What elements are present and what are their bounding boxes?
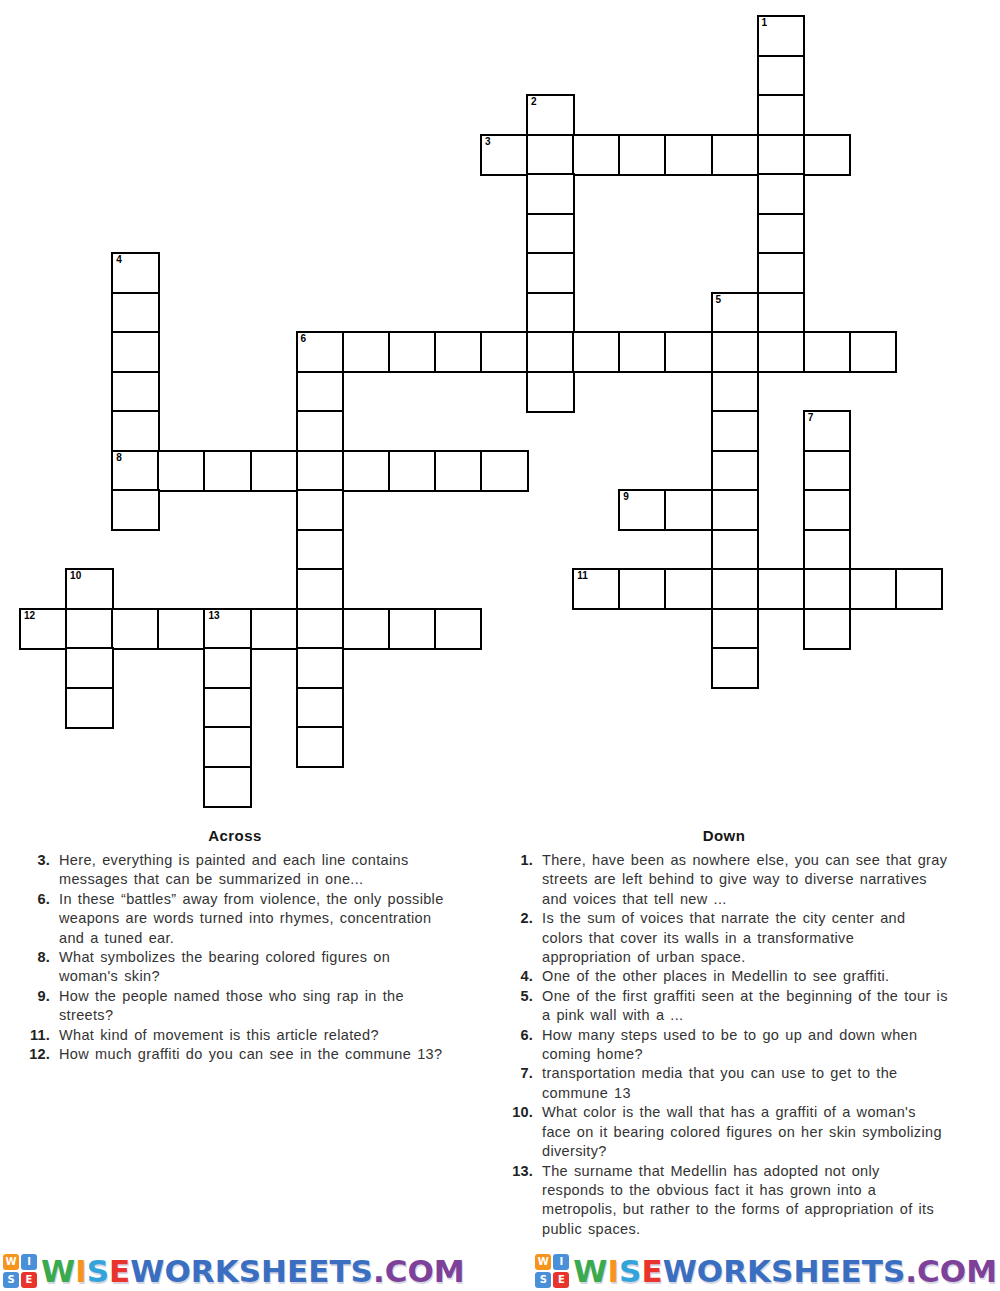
grid-cell[interactable] <box>526 213 575 255</box>
grid-cell[interactable] <box>803 489 852 531</box>
grid-cell[interactable]: 8 <box>111 450 160 492</box>
grid-cell[interactable] <box>296 489 345 531</box>
wiseworksheets-logo: WISEWISEWORKSHEETS.COM <box>3 1254 465 1288</box>
grid-cell[interactable] <box>618 568 667 610</box>
clue-number: 7 <box>808 413 814 423</box>
clue-row: 6.How many steps used to be to go up and… <box>500 1026 948 1065</box>
logo-tile: E <box>553 1272 569 1288</box>
logo-wordmark: WISEWORKSHEETS.COM <box>573 1256 997 1287</box>
grid-cell[interactable] <box>342 608 391 650</box>
logo-letter: I <box>608 1256 620 1287</box>
logo-tile: S <box>3 1272 19 1288</box>
grid-cell[interactable] <box>572 331 621 373</box>
logo-letter: R <box>191 1256 215 1287</box>
logo-letter: H <box>793 1256 819 1287</box>
clue-text: In these “battles” away from violence, t… <box>59 890 453 948</box>
grid-cell[interactable] <box>296 687 345 729</box>
grid-cell[interactable] <box>296 726 345 768</box>
grid-cell[interactable]: 11 <box>572 568 621 610</box>
grid-cell[interactable] <box>480 450 529 492</box>
clue-row: 2.Is the sum of voices that narrate the … <box>500 909 948 967</box>
clue-text: How the people named those who sing rap … <box>59 987 453 1026</box>
grid-cell[interactable] <box>757 213 806 255</box>
logo-letter: E <box>308 1256 329 1287</box>
logo-tile: W <box>3 1254 19 1270</box>
grid-cell[interactable] <box>526 292 575 334</box>
grid-cell[interactable] <box>711 529 760 571</box>
logo-letter: I <box>75 1256 87 1287</box>
logo-letter: E <box>819 1256 840 1287</box>
grid-cell[interactable] <box>895 568 944 610</box>
clue-list-number: 1. <box>500 851 542 870</box>
logo-letter: E <box>287 1256 308 1287</box>
logo-letter: W <box>573 1256 607 1287</box>
logo-letter: T <box>329 1256 350 1287</box>
clue-row: 7.transportation media that you can use … <box>500 1064 948 1103</box>
logo-letter: W <box>41 1256 75 1287</box>
grid-cell[interactable]: 7 <box>803 410 852 452</box>
logo-letter: E <box>641 1256 662 1287</box>
clue-list-number: 13. <box>500 1162 542 1181</box>
grid-cell[interactable] <box>203 766 252 808</box>
grid-cell[interactable] <box>711 410 760 452</box>
logo-tile: I <box>21 1254 37 1270</box>
logo-wordmark: WISEWORKSHEETS.COM <box>41 1256 465 1287</box>
grid-cell[interactable] <box>157 450 206 492</box>
grid-cell[interactable] <box>296 371 345 413</box>
wiseworksheets-logo-bar: WISEWISEWORKSHEETS.COMWISEWISEWORKSHEETS… <box>0 1251 1000 1291</box>
grid-cell[interactable]: 2 <box>526 94 575 136</box>
grid-cell[interactable] <box>757 331 806 373</box>
grid-cell[interactable]: 12 <box>19 608 68 650</box>
grid-cell[interactable] <box>757 173 806 215</box>
grid-cell[interactable] <box>618 331 667 373</box>
grid-cell[interactable] <box>342 450 391 492</box>
clue-list-number: 3. <box>17 851 59 870</box>
logo-letter: S <box>239 1256 261 1287</box>
grid-cell[interactable] <box>757 55 806 97</box>
clue-number: 2 <box>531 97 537 107</box>
clue-number: 9 <box>623 492 629 502</box>
clue-row: 8.What symbolizes the bearing colored fi… <box>17 948 453 987</box>
logo-tile: W <box>535 1254 551 1270</box>
grid-cell[interactable]: 13 <box>203 608 252 650</box>
grid-cell[interactable] <box>388 608 437 650</box>
grid-cell[interactable] <box>526 371 575 413</box>
grid-cell[interactable] <box>803 450 852 492</box>
clue-text: How much graffiti do you can see in the … <box>59 1045 453 1064</box>
clue-list-number: 4. <box>500 967 542 986</box>
grid-cell[interactable]: 4 <box>111 252 160 294</box>
grid-cell[interactable] <box>434 608 483 650</box>
grid-cell[interactable] <box>757 292 806 334</box>
grid-cell[interactable] <box>711 134 760 176</box>
logo-letter: M <box>434 1256 465 1287</box>
grid-cell[interactable] <box>803 331 852 373</box>
grid-cell[interactable] <box>526 252 575 294</box>
clue-row: 6.In these “battles” away from violence,… <box>17 890 453 948</box>
wise-tiles-icon: WISE <box>3 1254 37 1288</box>
grid-cell[interactable] <box>65 687 114 729</box>
logo-letter: S <box>87 1256 109 1287</box>
logo-letter: . <box>373 1256 385 1287</box>
grid-cell[interactable]: 9 <box>618 489 667 531</box>
logo-letter: E <box>109 1256 130 1287</box>
grid-cell[interactable] <box>526 134 575 176</box>
clue-number: 8 <box>116 453 122 463</box>
clue-row: 13.The surname that Medellin has adopted… <box>500 1162 948 1240</box>
grid-cell[interactable] <box>711 450 760 492</box>
logo-letter: S <box>883 1256 905 1287</box>
clue-row: 9.How the people named those who sing ra… <box>17 987 453 1026</box>
clue-number: 1 <box>762 18 768 28</box>
grid-cell[interactable] <box>849 568 898 610</box>
logo-letter: T <box>862 1256 883 1287</box>
crossword-worksheet: 12345678910111213 Across 3.Here, everyth… <box>0 0 1000 1291</box>
clue-list-number: 6. <box>17 890 59 909</box>
grid-cell[interactable] <box>111 608 160 650</box>
down-title: Down <box>500 827 948 844</box>
grid-cell[interactable] <box>250 608 299 650</box>
grid-cell[interactable] <box>203 647 252 689</box>
logo-letter: K <box>215 1256 239 1287</box>
across-clues-section: Across 3.Here, everything is painted and… <box>17 827 453 1064</box>
grid-cell[interactable] <box>111 371 160 413</box>
clue-number: 6 <box>301 334 307 344</box>
down-clue-list: 1.There, have been as nowhere else, you … <box>500 851 948 1239</box>
grid-cell[interactable] <box>803 529 852 571</box>
clue-text: Is the sum of voices that narrate the ci… <box>542 909 948 967</box>
grid-cell[interactable] <box>803 608 852 650</box>
logo-letter: O <box>940 1256 966 1287</box>
grid-cell[interactable] <box>849 331 898 373</box>
grid-cell[interactable] <box>757 94 806 136</box>
clue-text: What color is the wall that has a graffi… <box>542 1103 948 1161</box>
clue-list-number: 5. <box>500 987 542 1006</box>
grid-cell[interactable] <box>572 134 621 176</box>
down-clues-section: Down 1.There, have been as nowhere else,… <box>500 827 948 1239</box>
grid-cell[interactable]: 10 <box>65 568 114 610</box>
logo-letter: K <box>747 1256 771 1287</box>
clue-list-number: 10. <box>500 1103 542 1122</box>
grid-cell[interactable] <box>111 331 160 373</box>
logo-letter: C <box>917 1256 940 1287</box>
logo-letter: H <box>261 1256 287 1287</box>
clue-list-number: 12. <box>17 1045 59 1064</box>
clue-list-number: 7. <box>500 1064 542 1083</box>
clue-text: One of the other places in Medellin to s… <box>542 967 948 986</box>
grid-cell[interactable] <box>526 331 575 373</box>
grid-cell[interactable] <box>526 173 575 215</box>
logo-letter: . <box>905 1256 917 1287</box>
clue-text: One of the first graffiti seen at the be… <box>542 987 948 1026</box>
logo-tile: S <box>535 1272 551 1288</box>
clue-text: There, have been as nowhere else, you ca… <box>542 851 948 909</box>
logo-letter: R <box>723 1256 747 1287</box>
clue-row: 5.One of the first graffiti seen at the … <box>500 987 948 1026</box>
grid-cell[interactable] <box>803 568 852 610</box>
clue-text: The surname that Medellin has adopted no… <box>542 1162 948 1240</box>
logo-letter: W <box>663 1256 697 1287</box>
logo-tile: E <box>21 1272 37 1288</box>
grid-cell[interactable] <box>342 331 391 373</box>
grid-cell[interactable] <box>757 568 806 610</box>
grid-cell[interactable] <box>711 371 760 413</box>
grid-cell[interactable] <box>757 252 806 294</box>
clue-row: 3.Here, everything is painted and each l… <box>17 851 453 890</box>
grid-cell[interactable] <box>434 450 483 492</box>
clue-list-number: 11. <box>17 1026 59 1045</box>
clue-row: 11.What kind of movement is this article… <box>17 1026 453 1045</box>
grid-cell[interactable] <box>65 608 114 650</box>
grid-cell[interactable]: 3 <box>480 134 529 176</box>
clue-number: 11 <box>577 571 588 581</box>
grid-cell[interactable] <box>388 450 437 492</box>
grid-cell[interactable] <box>203 687 252 729</box>
grid-cell[interactable] <box>434 331 483 373</box>
grid-cell[interactable] <box>296 450 345 492</box>
grid-cell[interactable] <box>757 134 806 176</box>
clue-text: Here, everything is painted and each lin… <box>59 851 453 890</box>
wise-tiles-icon: WISE <box>535 1254 569 1288</box>
grid-cell[interactable] <box>711 489 760 531</box>
grid-cell[interactable] <box>111 410 160 452</box>
grid-cell[interactable] <box>803 134 852 176</box>
logo-letter: C <box>385 1256 408 1287</box>
grid-cell[interactable] <box>111 489 160 531</box>
clue-number: 13 <box>208 611 219 621</box>
grid-cell[interactable] <box>664 331 713 373</box>
clue-row: 10.What color is the wall that has a gra… <box>500 1103 948 1161</box>
clue-row: 4.One of the other places in Medellin to… <box>500 967 948 986</box>
grid-cell[interactable]: 1 <box>757 15 806 57</box>
grid-cell[interactable] <box>157 608 206 650</box>
clue-number: 10 <box>70 571 81 581</box>
grid-cell[interactable] <box>296 608 345 650</box>
clue-text: What kind of movement is this article re… <box>59 1026 453 1045</box>
clue-text: transportation media that you can use to… <box>542 1064 948 1103</box>
clue-number: 12 <box>24 611 35 621</box>
grid-cell[interactable] <box>711 331 760 373</box>
logo-letter: O <box>407 1256 433 1287</box>
clue-number: 4 <box>116 255 122 265</box>
clue-number: 5 <box>716 295 722 305</box>
grid-cell[interactable] <box>664 568 713 610</box>
clue-list-number: 6. <box>500 1026 542 1045</box>
grid-cell[interactable]: 5 <box>711 292 760 334</box>
grid-cell[interactable] <box>388 331 437 373</box>
grid-cell[interactable] <box>203 450 252 492</box>
grid-cell[interactable] <box>296 529 345 571</box>
clue-list-number: 9. <box>17 987 59 1006</box>
across-title: Across <box>17 827 453 844</box>
wiseworksheets-logo: WISEWISEWORKSHEETS.COM <box>535 1254 997 1288</box>
grid-cell[interactable] <box>711 568 760 610</box>
grid-cell[interactable] <box>203 726 252 768</box>
clue-list-number: 8. <box>17 948 59 967</box>
grid-cell[interactable] <box>664 134 713 176</box>
clue-text: What symbolizes the bearing colored figu… <box>59 948 453 987</box>
grid-cell[interactable] <box>480 331 529 373</box>
grid-cell[interactable] <box>711 608 760 650</box>
logo-letter: M <box>966 1256 997 1287</box>
clue-row: 1.There, have been as nowhere else, you … <box>500 851 948 909</box>
logo-letter: O <box>164 1256 190 1287</box>
grid-cell[interactable] <box>664 489 713 531</box>
across-clue-list: 3.Here, everything is painted and each l… <box>17 851 453 1064</box>
logo-letter: S <box>771 1256 793 1287</box>
grid-cell[interactable] <box>65 647 114 689</box>
grid-cell[interactable] <box>111 292 160 334</box>
logo-letter: E <box>841 1256 862 1287</box>
logo-tile: I <box>553 1254 569 1270</box>
grid-cell[interactable] <box>618 134 667 176</box>
grid-cell[interactable]: 6 <box>296 331 345 373</box>
clue-text: How many steps used to be to go up and d… <box>542 1026 948 1065</box>
clue-number: 3 <box>485 137 491 147</box>
logo-letter: S <box>619 1256 641 1287</box>
clue-row: 12.How much graffiti do you can see in t… <box>17 1045 453 1064</box>
clue-list-number: 2. <box>500 909 542 928</box>
logo-letter: O <box>697 1256 723 1287</box>
grid-cell[interactable] <box>296 410 345 452</box>
logo-letter: W <box>130 1256 164 1287</box>
grid-cell[interactable] <box>250 450 299 492</box>
grid-cell[interactable] <box>296 647 345 689</box>
grid-cell[interactable] <box>711 647 760 689</box>
logo-letter: S <box>351 1256 373 1287</box>
grid-cell[interactable] <box>296 568 345 610</box>
